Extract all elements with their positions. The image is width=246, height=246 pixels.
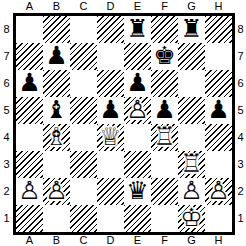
square-g5[interactable] <box>178 97 205 124</box>
square-c3[interactable] <box>70 151 97 178</box>
square-f7[interactable]: ♚♚ <box>151 43 178 70</box>
file-label-f: F <box>151 0 178 13</box>
square-g8[interactable]: ♜♜ <box>178 16 205 43</box>
piece-black-pawn: ♟ <box>43 43 70 70</box>
file-labels-bottom: ABCDEFGH <box>13 235 235 246</box>
square-e1[interactable] <box>124 205 151 232</box>
file-label-b: B <box>43 0 70 13</box>
square-g2[interactable]: ♟♙ <box>178 178 205 205</box>
square-a5[interactable] <box>16 97 43 124</box>
file-label-c: C <box>70 234 97 246</box>
piece-white-rook: ♖ <box>178 151 205 178</box>
rank-label-1: 1 <box>0 205 13 232</box>
file-label-b: B <box>43 234 70 246</box>
square-g1[interactable]: ♚♔ <box>178 205 205 232</box>
square-h3[interactable] <box>205 151 232 178</box>
square-c6[interactable] <box>70 70 97 97</box>
square-h6[interactable] <box>205 70 232 97</box>
rank-label-7: 7 <box>235 43 246 70</box>
rank-label-3: 3 <box>235 151 246 178</box>
piece-white-pawn: ♙ <box>205 178 232 205</box>
square-h4[interactable] <box>205 124 232 151</box>
piece-black-rook: ♜ <box>124 16 151 43</box>
square-d7[interactable] <box>97 43 124 70</box>
square-e4[interactable] <box>124 124 151 151</box>
square-c2[interactable] <box>70 178 97 205</box>
square-a1[interactable] <box>16 205 43 232</box>
square-a4[interactable] <box>16 124 43 151</box>
piece-halo: ♟ <box>124 97 151 124</box>
square-a2[interactable]: ♟♙ <box>16 178 43 205</box>
piece-halo: ♛ <box>124 178 151 205</box>
square-g6[interactable] <box>178 70 205 97</box>
rank-label-1: 1 <box>235 205 246 232</box>
square-g7[interactable] <box>178 43 205 70</box>
piece-white-king: ♔ <box>178 205 205 232</box>
square-b2[interactable]: ♟♙ <box>43 178 70 205</box>
square-a3[interactable] <box>16 151 43 178</box>
piece-halo: ♜ <box>124 16 151 43</box>
piece-halo: ♟ <box>16 178 43 205</box>
piece-halo: ♟ <box>16 70 43 97</box>
piece-white-queen: ♕ <box>97 124 124 151</box>
square-d6[interactable] <box>97 70 124 97</box>
piece-black-queen: ♛ <box>124 178 151 205</box>
square-e3[interactable] <box>124 151 151 178</box>
square-d8[interactable] <box>97 16 124 43</box>
file-label-g: G <box>178 0 205 13</box>
square-h1[interactable] <box>205 205 232 232</box>
piece-halo: ♟ <box>205 97 232 124</box>
piece-white-pawn: ♙ <box>43 178 70 205</box>
piece-halo: ♜ <box>178 151 205 178</box>
piece-halo: ♟ <box>151 97 178 124</box>
square-e7[interactable] <box>124 43 151 70</box>
rank-label-7: 7 <box>0 43 13 70</box>
square-d4[interactable]: ♛♕ <box>97 124 124 151</box>
piece-black-pawn: ♟ <box>205 97 232 124</box>
square-b7[interactable]: ♟♟ <box>43 43 70 70</box>
rank-label-8: 8 <box>235 16 246 43</box>
file-label-g: G <box>178 234 205 246</box>
piece-black-pawn: ♟ <box>124 70 151 97</box>
file-label-d: D <box>97 0 124 13</box>
rank-label-5: 5 <box>235 97 246 124</box>
square-f6[interactable] <box>151 70 178 97</box>
square-b8[interactable] <box>43 16 70 43</box>
square-b3[interactable] <box>43 151 70 178</box>
piece-halo: ♟ <box>43 43 70 70</box>
square-c7[interactable] <box>70 43 97 70</box>
piece-black-pawn: ♟ <box>16 70 43 97</box>
file-label-c: C <box>70 0 97 13</box>
piece-black-king: ♚ <box>151 43 178 70</box>
piece-white-bishop: ♗ <box>43 124 70 151</box>
square-f8[interactable] <box>151 16 178 43</box>
square-c4[interactable] <box>70 124 97 151</box>
piece-halo: ♟ <box>205 178 232 205</box>
square-f2[interactable] <box>151 178 178 205</box>
file-label-d: D <box>97 234 124 246</box>
rank-labels-left: 87654321 <box>0 13 13 235</box>
square-c8[interactable] <box>70 16 97 43</box>
square-h2[interactable]: ♟♙ <box>205 178 232 205</box>
file-labels-top: ABCDEFGH <box>13 0 235 13</box>
square-h5[interactable]: ♟♟ <box>205 97 232 124</box>
rank-label-6: 6 <box>235 70 246 97</box>
square-a6[interactable]: ♟♟ <box>16 70 43 97</box>
square-b6[interactable] <box>43 70 70 97</box>
square-a8[interactable] <box>16 16 43 43</box>
square-a7[interactable] <box>16 43 43 70</box>
square-e2[interactable]: ♛♛ <box>124 178 151 205</box>
file-label-e: E <box>124 234 151 246</box>
file-label-a: A <box>16 0 43 13</box>
piece-black-pawn: ♟ <box>97 97 124 124</box>
square-e6[interactable]: ♟♟ <box>124 70 151 97</box>
corner-bottom-left <box>0 235 13 246</box>
chess-board: ♜♜♜♜♟♟♚♚♟♟♟♟♝♝♟♟♟♙♟♟♟♟♝♗♛♕♜♖♜♖♟♙♟♙♛♛♟♙♟♙… <box>13 13 235 235</box>
square-b1[interactable] <box>43 205 70 232</box>
piece-white-pawn: ♙ <box>178 178 205 205</box>
square-d3[interactable] <box>97 151 124 178</box>
square-h8[interactable] <box>205 16 232 43</box>
square-f3[interactable] <box>151 151 178 178</box>
square-e5[interactable]: ♟♙ <box>124 97 151 124</box>
file-label-h: H <box>205 234 232 246</box>
square-d5[interactable]: ♟♟ <box>97 97 124 124</box>
rank-label-2: 2 <box>235 178 246 205</box>
rank-label-5: 5 <box>0 97 13 124</box>
square-d2[interactable] <box>97 178 124 205</box>
corner-top-left <box>0 0 13 13</box>
piece-halo: ♟ <box>124 70 151 97</box>
file-label-a: A <box>16 234 43 246</box>
piece-black-bishop: ♝ <box>43 97 70 124</box>
rank-label-4: 4 <box>235 124 246 151</box>
piece-halo: ♚ <box>178 205 205 232</box>
piece-black-pawn: ♟ <box>151 97 178 124</box>
square-h7[interactable] <box>205 43 232 70</box>
piece-halo: ♝ <box>43 124 70 151</box>
piece-white-pawn: ♙ <box>16 178 43 205</box>
piece-halo: ♟ <box>97 97 124 124</box>
square-d1[interactable] <box>97 205 124 232</box>
rank-labels-right: 87654321 <box>235 13 246 235</box>
square-g4[interactable] <box>178 124 205 151</box>
square-b5[interactable]: ♝♝ <box>43 97 70 124</box>
square-c1[interactable] <box>70 205 97 232</box>
rank-label-8: 8 <box>0 16 13 43</box>
piece-halo: ♟ <box>178 178 205 205</box>
file-label-f: F <box>151 234 178 246</box>
square-f4[interactable]: ♜♖ <box>151 124 178 151</box>
square-g3[interactable]: ♜♖ <box>178 151 205 178</box>
piece-halo: ♜ <box>151 124 178 151</box>
piece-black-rook: ♜ <box>178 16 205 43</box>
square-b4[interactable]: ♝♗ <box>43 124 70 151</box>
rank-label-2: 2 <box>0 178 13 205</box>
piece-halo: ♛ <box>97 124 124 151</box>
piece-white-pawn: ♙ <box>124 97 151 124</box>
file-label-e: E <box>124 0 151 13</box>
square-c5[interactable] <box>70 97 97 124</box>
piece-halo: ♟ <box>43 178 70 205</box>
rank-label-4: 4 <box>0 124 13 151</box>
piece-halo: ♝ <box>43 97 70 124</box>
piece-halo: ♜ <box>178 16 205 43</box>
rank-label-3: 3 <box>0 151 13 178</box>
rank-label-6: 6 <box>0 70 13 97</box>
file-label-h: H <box>205 0 232 13</box>
piece-white-rook: ♖ <box>151 124 178 151</box>
chess-diagram: ABCDEFGH 87654321 ♜♜♜♜♟♟♚♚♟♟♟♟♝♝♟♟♟♙♟♟♟♟… <box>0 0 246 246</box>
corner-bottom-right <box>235 235 246 246</box>
corner-top-right <box>235 0 246 13</box>
piece-halo: ♚ <box>151 43 178 70</box>
square-e8[interactable]: ♜♜ <box>124 16 151 43</box>
square-f1[interactable] <box>151 205 178 232</box>
square-f5[interactable]: ♟♟ <box>151 97 178 124</box>
